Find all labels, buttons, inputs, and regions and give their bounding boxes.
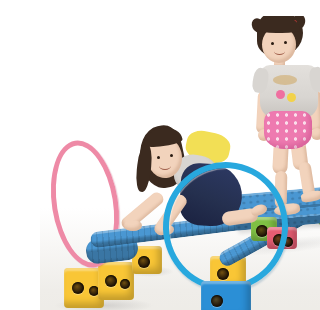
crawling-girl-eye bbox=[170, 154, 173, 157]
tee-graphic-yellow-dot bbox=[287, 93, 296, 102]
yellow-cube bbox=[98, 262, 134, 300]
crawling-girl-hand bbox=[124, 220, 142, 231]
standing-girl-shorts bbox=[264, 111, 312, 149]
product-photo-scene: Two young girls playing on a blue tactil… bbox=[40, 16, 320, 310]
crawling-girl-smile bbox=[159, 162, 171, 170]
crawling-girl-eye bbox=[157, 156, 160, 159]
tee-graphic-pink-dot bbox=[276, 90, 285, 99]
standing-girl-eye bbox=[284, 41, 287, 44]
standing-girl-smile bbox=[274, 48, 285, 55]
standing-girl-hand bbox=[311, 128, 320, 140]
blue-hoop-holder-cube bbox=[201, 281, 251, 310]
standing-girl-eye bbox=[271, 42, 274, 45]
tee-graphic-squiggle bbox=[273, 75, 297, 85]
